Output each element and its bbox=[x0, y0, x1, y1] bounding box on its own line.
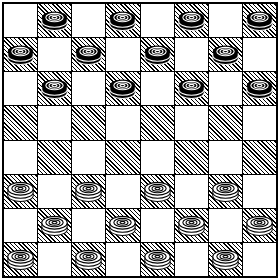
square-r8-c5[interactable] bbox=[141, 243, 174, 276]
square-r3-c2[interactable] bbox=[38, 72, 71, 105]
square-r5-c7[interactable] bbox=[209, 141, 242, 174]
square-r5-c8[interactable] bbox=[243, 141, 276, 174]
white-piece[interactable] bbox=[210, 244, 241, 275]
square-r1-c5[interactable] bbox=[141, 4, 174, 37]
square-r1-c6[interactable] bbox=[175, 4, 208, 37]
square-r6-c2[interactable] bbox=[38, 175, 71, 208]
square-r6-c6[interactable] bbox=[175, 175, 208, 208]
square-r7-c7[interactable] bbox=[209, 209, 242, 242]
square-r3-c5[interactable] bbox=[141, 72, 174, 105]
square-r4-c2[interactable] bbox=[38, 106, 71, 139]
white-piece[interactable] bbox=[107, 210, 138, 241]
square-r4-c8[interactable] bbox=[243, 106, 276, 139]
black-piece[interactable] bbox=[176, 5, 207, 36]
square-r3-c8[interactable] bbox=[243, 72, 276, 105]
square-r4-c3[interactable] bbox=[72, 106, 105, 139]
white-piece[interactable] bbox=[39, 210, 70, 241]
square-r7-c1[interactable] bbox=[4, 209, 37, 242]
white-piece[interactable] bbox=[5, 176, 36, 207]
square-r3-c4[interactable] bbox=[106, 72, 139, 105]
black-piece[interactable] bbox=[107, 73, 138, 104]
square-r5-c6[interactable] bbox=[175, 141, 208, 174]
square-r6-c7[interactable] bbox=[209, 175, 242, 208]
white-piece[interactable] bbox=[142, 176, 173, 207]
black-piece[interactable] bbox=[39, 73, 70, 104]
square-r4-c1[interactable] bbox=[4, 106, 37, 139]
white-piece[interactable] bbox=[5, 244, 36, 275]
black-piece[interactable] bbox=[39, 5, 70, 36]
square-r8-c8[interactable] bbox=[243, 243, 276, 276]
square-r8-c6[interactable] bbox=[175, 243, 208, 276]
square-r4-c4[interactable] bbox=[106, 106, 139, 139]
black-piece[interactable] bbox=[210, 39, 241, 70]
square-r7-c5[interactable] bbox=[141, 209, 174, 242]
square-r1-c1[interactable] bbox=[4, 4, 37, 37]
square-r6-c3[interactable] bbox=[72, 175, 105, 208]
square-r5-c3[interactable] bbox=[72, 141, 105, 174]
square-r3-c6[interactable] bbox=[175, 72, 208, 105]
square-r6-c8[interactable] bbox=[243, 175, 276, 208]
square-r8-c1[interactable] bbox=[4, 243, 37, 276]
white-piece[interactable] bbox=[73, 244, 104, 275]
square-r7-c6[interactable] bbox=[175, 209, 208, 242]
white-piece[interactable] bbox=[210, 176, 241, 207]
square-r6-c4[interactable] bbox=[106, 175, 139, 208]
square-r2-c3[interactable] bbox=[72, 38, 105, 71]
white-piece[interactable] bbox=[142, 244, 173, 275]
black-piece[interactable] bbox=[107, 5, 138, 36]
square-r6-c1[interactable] bbox=[4, 175, 37, 208]
square-r4-c5[interactable] bbox=[141, 106, 174, 139]
square-r8-c3[interactable] bbox=[72, 243, 105, 276]
square-r7-c2[interactable] bbox=[38, 209, 71, 242]
square-r5-c1[interactable] bbox=[4, 141, 37, 174]
white-piece[interactable] bbox=[244, 210, 275, 241]
square-r2-c1[interactable] bbox=[4, 38, 37, 71]
square-r7-c8[interactable] bbox=[243, 209, 276, 242]
white-piece[interactable] bbox=[73, 176, 104, 207]
white-piece[interactable] bbox=[176, 210, 207, 241]
square-r2-c5[interactable] bbox=[141, 38, 174, 71]
square-r3-c1[interactable] bbox=[4, 72, 37, 105]
square-r4-c6[interactable] bbox=[175, 106, 208, 139]
square-r1-c4[interactable] bbox=[106, 4, 139, 37]
square-r1-c3[interactable] bbox=[72, 4, 105, 37]
square-r8-c4[interactable] bbox=[106, 243, 139, 276]
square-r3-c3[interactable] bbox=[72, 72, 105, 105]
square-r2-c7[interactable] bbox=[209, 38, 242, 71]
black-piece[interactable] bbox=[73, 39, 104, 70]
square-r1-c8[interactable] bbox=[243, 4, 276, 37]
square-r2-c6[interactable] bbox=[175, 38, 208, 71]
square-r2-c8[interactable] bbox=[243, 38, 276, 71]
square-r8-c7[interactable] bbox=[209, 243, 242, 276]
square-r7-c3[interactable] bbox=[72, 209, 105, 242]
checkers-board bbox=[2, 2, 278, 278]
square-r3-c7[interactable] bbox=[209, 72, 242, 105]
square-r8-c2[interactable] bbox=[38, 243, 71, 276]
checkers-app-frame bbox=[0, 0, 280, 280]
square-r2-c2[interactable] bbox=[38, 38, 71, 71]
square-r7-c4[interactable] bbox=[106, 209, 139, 242]
black-piece[interactable] bbox=[5, 39, 36, 70]
black-piece[interactable] bbox=[244, 5, 275, 36]
square-r1-c2[interactable] bbox=[38, 4, 71, 37]
square-r5-c4[interactable] bbox=[106, 141, 139, 174]
square-r5-c5[interactable] bbox=[141, 141, 174, 174]
square-r6-c5[interactable] bbox=[141, 175, 174, 208]
square-r5-c2[interactable] bbox=[38, 141, 71, 174]
black-piece[interactable] bbox=[142, 39, 173, 70]
black-piece[interactable] bbox=[244, 73, 275, 104]
square-r1-c7[interactable] bbox=[209, 4, 242, 37]
black-piece[interactable] bbox=[176, 73, 207, 104]
square-r2-c4[interactable] bbox=[106, 38, 139, 71]
square-r4-c7[interactable] bbox=[209, 106, 242, 139]
